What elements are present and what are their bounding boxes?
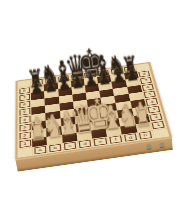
- piece-white-rook: ♜: [129, 102, 156, 132]
- product-photo-stage: abcdefgh8877665544332211abcdefgh ♜♞♝♛♚♝♞…: [0, 0, 178, 222]
- chess-board: abcdefgh8877665544332211abcdefgh ♜♞♝♛♚♝♞…: [15, 62, 172, 160]
- chess-board-scene: abcdefgh8877665544332211abcdefgh ♜♞♝♛♚♝♞…: [0, 21, 178, 194]
- clasp-icon: [147, 144, 152, 149]
- clasp-icon: [159, 142, 164, 147]
